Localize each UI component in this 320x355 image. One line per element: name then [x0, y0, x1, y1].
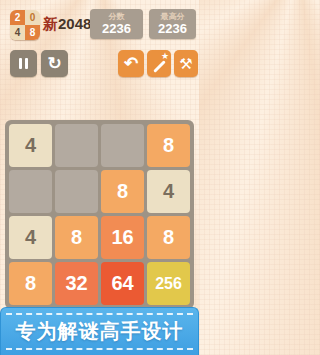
tile-4: 4: [147, 170, 190, 213]
tile-4: 4: [9, 216, 52, 259]
tile-32: 32: [55, 262, 98, 305]
pause-icon: [19, 58, 28, 69]
app-title-number: 2048: [58, 15, 91, 32]
promo-banner[interactable]: 专为解谜高手设计: [0, 307, 199, 355]
undo-button[interactable]: ↶: [118, 50, 144, 77]
app-logo: 2 0 4 8: [10, 10, 40, 40]
tile-8: 8: [55, 216, 98, 259]
best-score-value: 2236: [158, 22, 187, 36]
tile-8: 8: [147, 124, 190, 167]
empty-cell: [9, 170, 52, 213]
score-box: 分数 2236: [90, 9, 143, 39]
undo-icon: ↶: [124, 53, 138, 74]
tile-4: 4: [9, 124, 52, 167]
hammer-icon: ⚒: [179, 55, 192, 73]
tile-16: 16: [101, 216, 144, 259]
logo-tile-4: 4: [10, 25, 25, 40]
tile-8: 8: [9, 262, 52, 305]
logo-tile-8: 8: [25, 25, 40, 40]
tile-8: 8: [101, 170, 144, 213]
restart-icon: ↻: [47, 53, 61, 74]
logo-tile-0: 0: [25, 10, 40, 25]
app-title: 新2048: [43, 15, 91, 34]
logo-tile-2: 2: [10, 10, 25, 25]
empty-cell: [101, 124, 144, 167]
tile-8: 8: [147, 216, 190, 259]
hammer-button[interactable]: ⚒: [174, 50, 198, 77]
tile-256: 256: [147, 262, 190, 305]
empty-cell: [55, 124, 98, 167]
app-title-prefix: 新: [43, 15, 58, 32]
pause-button[interactable]: [10, 50, 37, 77]
magic-wand-icon: ★: [151, 56, 167, 72]
empty-cell: [55, 170, 98, 213]
board[interactable]: 48844816883264256: [5, 120, 194, 309]
tile-64: 64: [101, 262, 144, 305]
magic-wand-button[interactable]: ★: [147, 50, 171, 77]
score-value: 2236: [102, 22, 131, 36]
promo-banner-text: 专为解谜高手设计: [16, 318, 184, 345]
best-score-box: 最高分 2236: [149, 9, 196, 39]
restart-button[interactable]: ↻: [41, 50, 68, 77]
